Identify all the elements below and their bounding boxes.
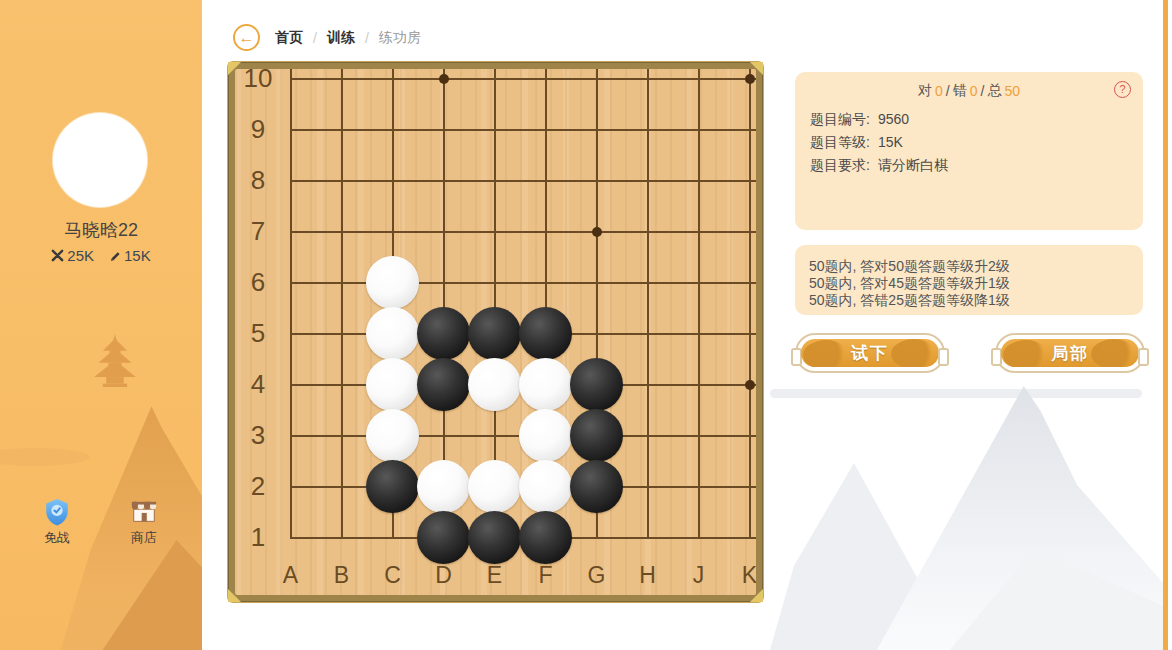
- board-cell[interactable]: [520, 308, 571, 359]
- board-cell[interactable]: [571, 257, 622, 308]
- stone-white: [519, 358, 572, 411]
- board-cell[interactable]: [418, 308, 469, 359]
- go-board: 10987654321ABCDEFGHJK: [228, 62, 763, 602]
- board-cell[interactable]: [673, 359, 724, 410]
- puzzle-level-label: 题目等级:: [810, 134, 870, 150]
- board-cell[interactable]: [571, 206, 622, 257]
- board-cell[interactable]: [316, 155, 367, 206]
- row-label: 7: [235, 206, 281, 257]
- try-move-button-face: 试下: [801, 339, 939, 367]
- board-cell[interactable]: [622, 512, 673, 563]
- board-cell[interactable]: [367, 104, 418, 155]
- mountain-main: [830, 375, 1164, 650]
- puzzle-id-label: 题目编号:: [810, 111, 870, 127]
- board-cell[interactable]: [367, 308, 418, 359]
- shop-icon: [130, 498, 158, 526]
- go-board-surface: 10987654321ABCDEFGHJK: [235, 69, 756, 595]
- row-label: 2: [235, 461, 281, 512]
- star-point: [592, 227, 602, 237]
- board-cell[interactable]: [316, 410, 367, 461]
- breadcrumb-separator: /: [313, 30, 317, 46]
- board-cell[interactable]: [316, 461, 367, 512]
- board-cell[interactable]: [418, 104, 469, 155]
- puzzle-id-value: 9560: [878, 111, 909, 127]
- stone-white: [366, 409, 419, 462]
- board-cell[interactable]: [673, 257, 724, 308]
- puzzle-level-row: 题目等级:15K: [810, 131, 948, 153]
- sidebar: 马晓晗22 25K 15K: [0, 0, 202, 650]
- puzzle-fields: 题目编号:9560 题目等级:15K 题目要求:请分断白棋: [810, 108, 948, 177]
- board-cell[interactable]: [622, 104, 673, 155]
- sidebar-item-truce[interactable]: 免战: [44, 498, 70, 547]
- rule-line: 50题内, 答对45题答题等级升1级: [809, 275, 1129, 292]
- board-cell[interactable]: [316, 512, 367, 563]
- board-cell[interactable]: [724, 155, 756, 206]
- separator: /: [946, 83, 950, 99]
- stone-black: [468, 307, 521, 360]
- board-cell[interactable]: [520, 69, 571, 104]
- board-cell[interactable]: [469, 461, 520, 512]
- breadcrumb: ← 首页 / 训练 / 练功房: [233, 24, 421, 51]
- right-edge-strip: [1163, 0, 1168, 650]
- board-cell[interactable]: [316, 104, 367, 155]
- row-label: 10: [235, 69, 281, 104]
- back-button[interactable]: ←: [233, 24, 260, 51]
- board-cell[interactable]: [673, 410, 724, 461]
- board-cell[interactable]: [520, 257, 571, 308]
- local-view-button[interactable]: 局部: [995, 333, 1145, 373]
- stone-black: [468, 511, 521, 564]
- board-cell[interactable]: [520, 155, 571, 206]
- column-label: H: [622, 557, 673, 593]
- board-cell[interactable]: [724, 206, 756, 257]
- pencil-icon: [108, 249, 121, 262]
- stone-white: [366, 256, 419, 309]
- stone-black: [417, 358, 470, 411]
- column-label: A: [265, 557, 316, 593]
- mountain-decoration: [770, 375, 1164, 650]
- shield-check-icon: [44, 498, 70, 526]
- board-cell[interactable]: [571, 410, 622, 461]
- row-label: 8: [235, 155, 281, 206]
- breadcrumb-separator: /: [365, 30, 369, 46]
- board-cell[interactable]: [316, 359, 367, 410]
- board-cell[interactable]: [571, 359, 622, 410]
- stone-black: [417, 307, 470, 360]
- stone-black: [570, 358, 623, 411]
- correct-value: 0: [935, 83, 943, 99]
- board-cell[interactable]: [622, 69, 673, 104]
- breadcrumb-current: 练功房: [379, 29, 421, 47]
- board-cell[interactable]: [418, 461, 469, 512]
- board-cell[interactable]: [673, 308, 724, 359]
- puzzle-id-row: 题目编号:9560: [810, 108, 948, 130]
- stone-white: [519, 460, 572, 513]
- rules-panel: 50题内, 答对50题答题等级升2级 50题内, 答对45题答题等级升1级 50…: [795, 245, 1143, 315]
- board-cell[interactable]: [571, 69, 622, 104]
- board-cell[interactable]: [418, 155, 469, 206]
- star-point: [745, 380, 755, 390]
- total-value: 50: [1004, 83, 1020, 99]
- stone-black: [417, 511, 470, 564]
- board-cell[interactable]: [673, 206, 724, 257]
- result-bar: 对 0 / 错 0 / 总 50: [795, 82, 1143, 100]
- board-cell[interactable]: [520, 206, 571, 257]
- local-view-button-face: 局部: [1001, 339, 1139, 367]
- column-label: G: [571, 557, 622, 593]
- board-cell[interactable]: [724, 257, 756, 308]
- stone-white: [366, 358, 419, 411]
- wrong-label: 错: [953, 82, 967, 100]
- board-cell[interactable]: [418, 359, 469, 410]
- separator: /: [981, 83, 985, 99]
- sidebar-item-shop[interactable]: 商店: [130, 498, 158, 547]
- board-cell[interactable]: [316, 69, 367, 104]
- sidebar-cloud-decoration: [0, 448, 90, 466]
- pagoda-icon: [93, 334, 137, 396]
- board-cell[interactable]: [673, 104, 724, 155]
- battle-rank: 25K: [51, 247, 94, 264]
- puzzle-goal-label: 题目要求:: [810, 157, 870, 173]
- breadcrumb-home[interactable]: 首页: [275, 29, 303, 47]
- board-cell[interactable]: [520, 104, 571, 155]
- board-cell[interactable]: [367, 410, 418, 461]
- puzzle-rank-value: 15K: [124, 247, 151, 264]
- page: 马晓晗22 25K 15K: [0, 0, 1172, 650]
- try-move-button-label: 试下: [851, 342, 889, 365]
- mountain-front: [950, 547, 1164, 650]
- board-cell[interactable]: [469, 308, 520, 359]
- board-cell[interactable]: [724, 359, 756, 410]
- row-label: 6: [235, 257, 281, 308]
- board-cell[interactable]: [724, 461, 756, 512]
- board-corner-decoration: [228, 62, 241, 75]
- row-label: 4: [235, 359, 281, 410]
- board-cell[interactable]: [673, 69, 724, 104]
- rule-line: 50题内, 答错25题答题等级降1级: [809, 292, 1129, 309]
- board-cell[interactable]: [367, 257, 418, 308]
- stone-black: [570, 409, 623, 462]
- column-label: K: [724, 557, 756, 593]
- sidebar-item-truce-label: 免战: [44, 529, 70, 547]
- board-cell[interactable]: [469, 359, 520, 410]
- username: 马晓晗22: [0, 218, 202, 242]
- breadcrumb-training[interactable]: 训练: [327, 29, 355, 47]
- board-cell[interactable]: [520, 410, 571, 461]
- stone-black: [570, 460, 623, 513]
- board-cell[interactable]: [622, 257, 673, 308]
- board-cell[interactable]: [724, 104, 756, 155]
- board-cell[interactable]: [673, 461, 724, 512]
- row-label: 9: [235, 104, 281, 155]
- board-cell[interactable]: [418, 512, 469, 563]
- avatar[interactable]: [53, 113, 147, 207]
- board-cell[interactable]: [571, 155, 622, 206]
- crossed-swords-icon: [51, 249, 64, 262]
- board-cell[interactable]: [469, 257, 520, 308]
- mountain-back: [770, 463, 1070, 650]
- row-label: 1: [235, 512, 281, 563]
- board-cell[interactable]: [622, 359, 673, 410]
- stone-white: [417, 460, 470, 513]
- stone-black: [519, 511, 572, 564]
- board-cell[interactable]: [622, 206, 673, 257]
- stone-white: [468, 358, 521, 411]
- board-corner-decoration: [750, 589, 763, 602]
- column-label: J: [673, 557, 724, 593]
- board-cell[interactable]: [367, 461, 418, 512]
- board-corner-decoration: [228, 589, 241, 602]
- board-cell[interactable]: [724, 308, 756, 359]
- stone-black: [519, 307, 572, 360]
- correct-label: 对: [918, 82, 932, 100]
- stone-white: [366, 307, 419, 360]
- board-cell[interactable]: [622, 461, 673, 512]
- board-cell[interactable]: [418, 206, 469, 257]
- board-cell[interactable]: [724, 512, 756, 563]
- wrong-value: 0: [970, 83, 978, 99]
- board-cell[interactable]: [367, 206, 418, 257]
- board-cell[interactable]: [316, 206, 367, 257]
- puzzle-goal-row: 题目要求:请分断白棋: [810, 154, 948, 176]
- board-cell[interactable]: [520, 512, 571, 563]
- stone-black: [366, 460, 419, 513]
- board-cell[interactable]: [469, 410, 520, 461]
- board-cell[interactable]: [418, 410, 469, 461]
- puzzle-rank: 15K: [108, 247, 151, 264]
- board-cell[interactable]: [520, 461, 571, 512]
- board-cell[interactable]: [673, 512, 724, 563]
- stone-white: [468, 460, 521, 513]
- sidebar-item-shop-label: 商店: [131, 529, 157, 547]
- arrow-left-icon: ←: [239, 29, 255, 47]
- board-cell[interactable]: [469, 69, 520, 104]
- board-cell[interactable]: [622, 410, 673, 461]
- board-cell[interactable]: [622, 308, 673, 359]
- rule-line: 50题内, 答对50题答题等级升2级: [809, 258, 1129, 275]
- go-board-grid: [265, 69, 756, 563]
- local-view-button-label: 局部: [1051, 342, 1089, 365]
- cloud-wisp-decoration: [770, 389, 1142, 398]
- total-label: 总: [987, 82, 1001, 100]
- puzzle-info-panel: 对 0 / 错 0 / 总 50 ? 题目编号:9560 题目等级:15K 题目…: [795, 72, 1143, 230]
- puzzle-level-value: 15K: [878, 134, 903, 150]
- board-cell[interactable]: [571, 308, 622, 359]
- rank-stats: 25K 15K: [0, 247, 202, 264]
- board-cell[interactable]: [418, 69, 469, 104]
- row-label: 5: [235, 308, 281, 359]
- board-cell[interactable]: [316, 257, 367, 308]
- help-icon[interactable]: ?: [1114, 81, 1131, 98]
- star-point: [745, 74, 755, 84]
- star-point: [439, 74, 449, 84]
- board-cell[interactable]: [520, 359, 571, 410]
- sidebar-menu: 免战 商店: [0, 498, 202, 547]
- board-cell[interactable]: [367, 512, 418, 563]
- board-cell[interactable]: [367, 69, 418, 104]
- stone-white: [519, 409, 572, 462]
- column-label: C: [367, 557, 418, 593]
- try-move-button[interactable]: 试下: [795, 333, 945, 373]
- board-cell[interactable]: [469, 206, 520, 257]
- board-cell[interactable]: [571, 512, 622, 563]
- row-label: 3: [235, 410, 281, 461]
- board-cell[interactable]: [316, 308, 367, 359]
- board-cell[interactable]: [469, 512, 520, 563]
- board-cell[interactable]: [469, 155, 520, 206]
- battle-rank-value: 25K: [67, 247, 94, 264]
- board-cell[interactable]: [367, 155, 418, 206]
- board-cell[interactable]: [622, 155, 673, 206]
- board-corner-decoration: [750, 62, 763, 75]
- board-cell[interactable]: [367, 359, 418, 410]
- board-cell[interactable]: [469, 104, 520, 155]
- board-cell[interactable]: [418, 257, 469, 308]
- board-cell[interactable]: [673, 155, 724, 206]
- board-cell[interactable]: [724, 410, 756, 461]
- column-label: B: [316, 557, 367, 593]
- puzzle-goal-value: 请分断白棋: [878, 157, 948, 173]
- board-cell[interactable]: [571, 461, 622, 512]
- board-cell[interactable]: [571, 104, 622, 155]
